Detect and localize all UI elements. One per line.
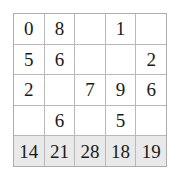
given-number-cell: 8 — [45, 14, 75, 44]
empty-fill-cell[interactable] — [136, 106, 166, 136]
empty-fill-cell[interactable] — [106, 45, 136, 75]
given-number-cell: 2 — [136, 45, 166, 75]
column-sum-cell: 18 — [106, 136, 136, 166]
puzzle-grid: 0815622796651421281819 — [13, 13, 167, 167]
empty-fill-cell[interactable] — [75, 14, 105, 44]
given-number-cell: 0 — [14, 14, 44, 44]
given-number-cell: 5 — [106, 106, 136, 136]
column-sum-cell: 21 — [45, 136, 75, 166]
given-number-cell: 6 — [45, 106, 75, 136]
given-number-cell: 5 — [14, 45, 44, 75]
column-sum-cell: 28 — [75, 136, 105, 166]
puzzle-board: 0815622796651421281819 — [13, 13, 167, 167]
given-number-cell: 6 — [45, 45, 75, 75]
empty-fill-cell[interactable] — [75, 45, 105, 75]
column-sum-cell: 19 — [136, 136, 166, 166]
given-number-cell: 1 — [106, 14, 136, 44]
column-sum-cell: 14 — [14, 136, 44, 166]
empty-fill-cell[interactable] — [45, 75, 75, 105]
empty-fill-cell[interactable] — [14, 106, 44, 136]
empty-fill-cell[interactable] — [75, 106, 105, 136]
empty-fill-cell[interactable] — [136, 14, 166, 44]
given-number-cell: 6 — [136, 75, 166, 105]
given-number-cell: 7 — [75, 75, 105, 105]
given-number-cell: 9 — [106, 75, 136, 105]
given-number-cell: 2 — [14, 75, 44, 105]
